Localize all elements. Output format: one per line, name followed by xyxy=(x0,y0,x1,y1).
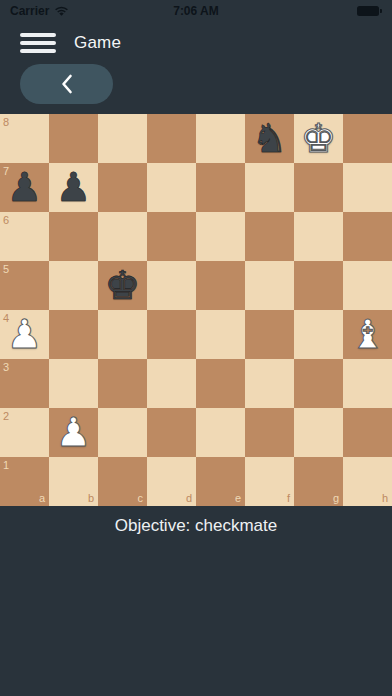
wifi-icon xyxy=(54,6,69,17)
square-c3[interactable] xyxy=(98,359,147,408)
status-left: Carrier xyxy=(10,4,69,18)
chess-board: 8♞♚7♟♟65♚4♟♝32♟1abcdefgh xyxy=(0,114,392,506)
rank-label-2: 2 xyxy=(3,411,9,422)
white-pawn[interactable]: ♟ xyxy=(0,310,49,359)
square-g8[interactable]: ♚ xyxy=(294,114,343,163)
square-d2[interactable] xyxy=(147,408,196,457)
battery-icon xyxy=(357,6,382,16)
square-a6[interactable]: 6 xyxy=(0,212,49,261)
white-king[interactable]: ♚ xyxy=(294,114,343,163)
chevron-left-icon xyxy=(60,73,73,95)
file-label-g: g xyxy=(333,493,339,504)
square-g4[interactable] xyxy=(294,310,343,359)
square-g6[interactable] xyxy=(294,212,343,261)
square-c8[interactable] xyxy=(98,114,147,163)
square-d1[interactable]: d xyxy=(147,457,196,506)
square-b1[interactable]: b xyxy=(49,457,98,506)
black-king[interactable]: ♚ xyxy=(98,261,147,310)
square-a1[interactable]: 1a xyxy=(0,457,49,506)
square-b7[interactable]: ♟ xyxy=(49,163,98,212)
square-d6[interactable] xyxy=(147,212,196,261)
square-e1[interactable]: e xyxy=(196,457,245,506)
square-b6[interactable] xyxy=(49,212,98,261)
square-a5[interactable]: 5 xyxy=(0,261,49,310)
file-label-h: h xyxy=(382,493,388,504)
square-d3[interactable] xyxy=(147,359,196,408)
file-label-c: c xyxy=(138,493,144,504)
square-b8[interactable] xyxy=(49,114,98,163)
file-label-e: e xyxy=(235,493,241,504)
square-b5[interactable] xyxy=(49,261,98,310)
square-h2[interactable] xyxy=(343,408,392,457)
square-c4[interactable] xyxy=(98,310,147,359)
square-e2[interactable] xyxy=(196,408,245,457)
square-d4[interactable] xyxy=(147,310,196,359)
square-a4[interactable]: 4♟ xyxy=(0,310,49,359)
square-a3[interactable]: 3 xyxy=(0,359,49,408)
file-label-f: f xyxy=(287,493,290,504)
square-c6[interactable] xyxy=(98,212,147,261)
hamburger-menu-icon[interactable] xyxy=(20,33,56,53)
square-h8[interactable] xyxy=(343,114,392,163)
square-c2[interactable] xyxy=(98,408,147,457)
white-bishop[interactable]: ♝ xyxy=(343,310,392,359)
objective-text: Objective: checkmate xyxy=(0,516,392,536)
black-knight[interactable]: ♞ xyxy=(245,114,294,163)
square-a8[interactable]: 8 xyxy=(0,114,49,163)
white-pawn[interactable]: ♟ xyxy=(49,408,98,457)
square-a2[interactable]: 2 xyxy=(0,408,49,457)
square-h3[interactable] xyxy=(343,359,392,408)
square-h1[interactable]: h xyxy=(343,457,392,506)
square-f2[interactable] xyxy=(245,408,294,457)
status-bar: Carrier 7:06 AM xyxy=(0,0,392,22)
square-f3[interactable] xyxy=(245,359,294,408)
app-screen: Carrier 7:06 AM Game 8♞♚7♟♟65♚4♟♝32♟1abc… xyxy=(0,0,392,696)
square-e8[interactable] xyxy=(196,114,245,163)
rank-label-6: 6 xyxy=(3,215,9,226)
square-b3[interactable] xyxy=(49,359,98,408)
square-e6[interactable] xyxy=(196,212,245,261)
square-g3[interactable] xyxy=(294,359,343,408)
back-button[interactable] xyxy=(20,64,113,104)
rank-label-8: 8 xyxy=(3,117,9,128)
square-c1[interactable]: c xyxy=(98,457,147,506)
square-h5[interactable] xyxy=(343,261,392,310)
square-f6[interactable] xyxy=(245,212,294,261)
square-e4[interactable] xyxy=(196,310,245,359)
file-label-b: b xyxy=(88,493,94,504)
square-f1[interactable]: f xyxy=(245,457,294,506)
rank-label-5: 5 xyxy=(3,264,9,275)
square-d7[interactable] xyxy=(147,163,196,212)
square-g5[interactable] xyxy=(294,261,343,310)
square-g7[interactable] xyxy=(294,163,343,212)
file-label-a: a xyxy=(39,493,45,504)
page-title: Game xyxy=(74,33,121,53)
carrier-label: Carrier xyxy=(10,4,49,18)
square-h7[interactable] xyxy=(343,163,392,212)
square-g1[interactable]: g xyxy=(294,457,343,506)
square-f8[interactable]: ♞ xyxy=(245,114,294,163)
nav-bar: Game xyxy=(0,22,392,64)
square-h4[interactable]: ♝ xyxy=(343,310,392,359)
square-g2[interactable] xyxy=(294,408,343,457)
square-c5[interactable]: ♚ xyxy=(98,261,147,310)
square-b2[interactable]: ♟ xyxy=(49,408,98,457)
square-d5[interactable] xyxy=(147,261,196,310)
square-b4[interactable] xyxy=(49,310,98,359)
square-a7[interactable]: 7♟ xyxy=(0,163,49,212)
square-f5[interactable] xyxy=(245,261,294,310)
square-f7[interactable] xyxy=(245,163,294,212)
square-e7[interactable] xyxy=(196,163,245,212)
square-e3[interactable] xyxy=(196,359,245,408)
rank-label-1: 1 xyxy=(3,460,9,471)
square-e5[interactable] xyxy=(196,261,245,310)
square-c7[interactable] xyxy=(98,163,147,212)
square-d8[interactable] xyxy=(147,114,196,163)
rank-label-3: 3 xyxy=(3,362,9,373)
black-pawn[interactable]: ♟ xyxy=(0,163,49,212)
file-label-d: d xyxy=(186,493,192,504)
square-f4[interactable] xyxy=(245,310,294,359)
square-h6[interactable] xyxy=(343,212,392,261)
black-pawn[interactable]: ♟ xyxy=(49,163,98,212)
